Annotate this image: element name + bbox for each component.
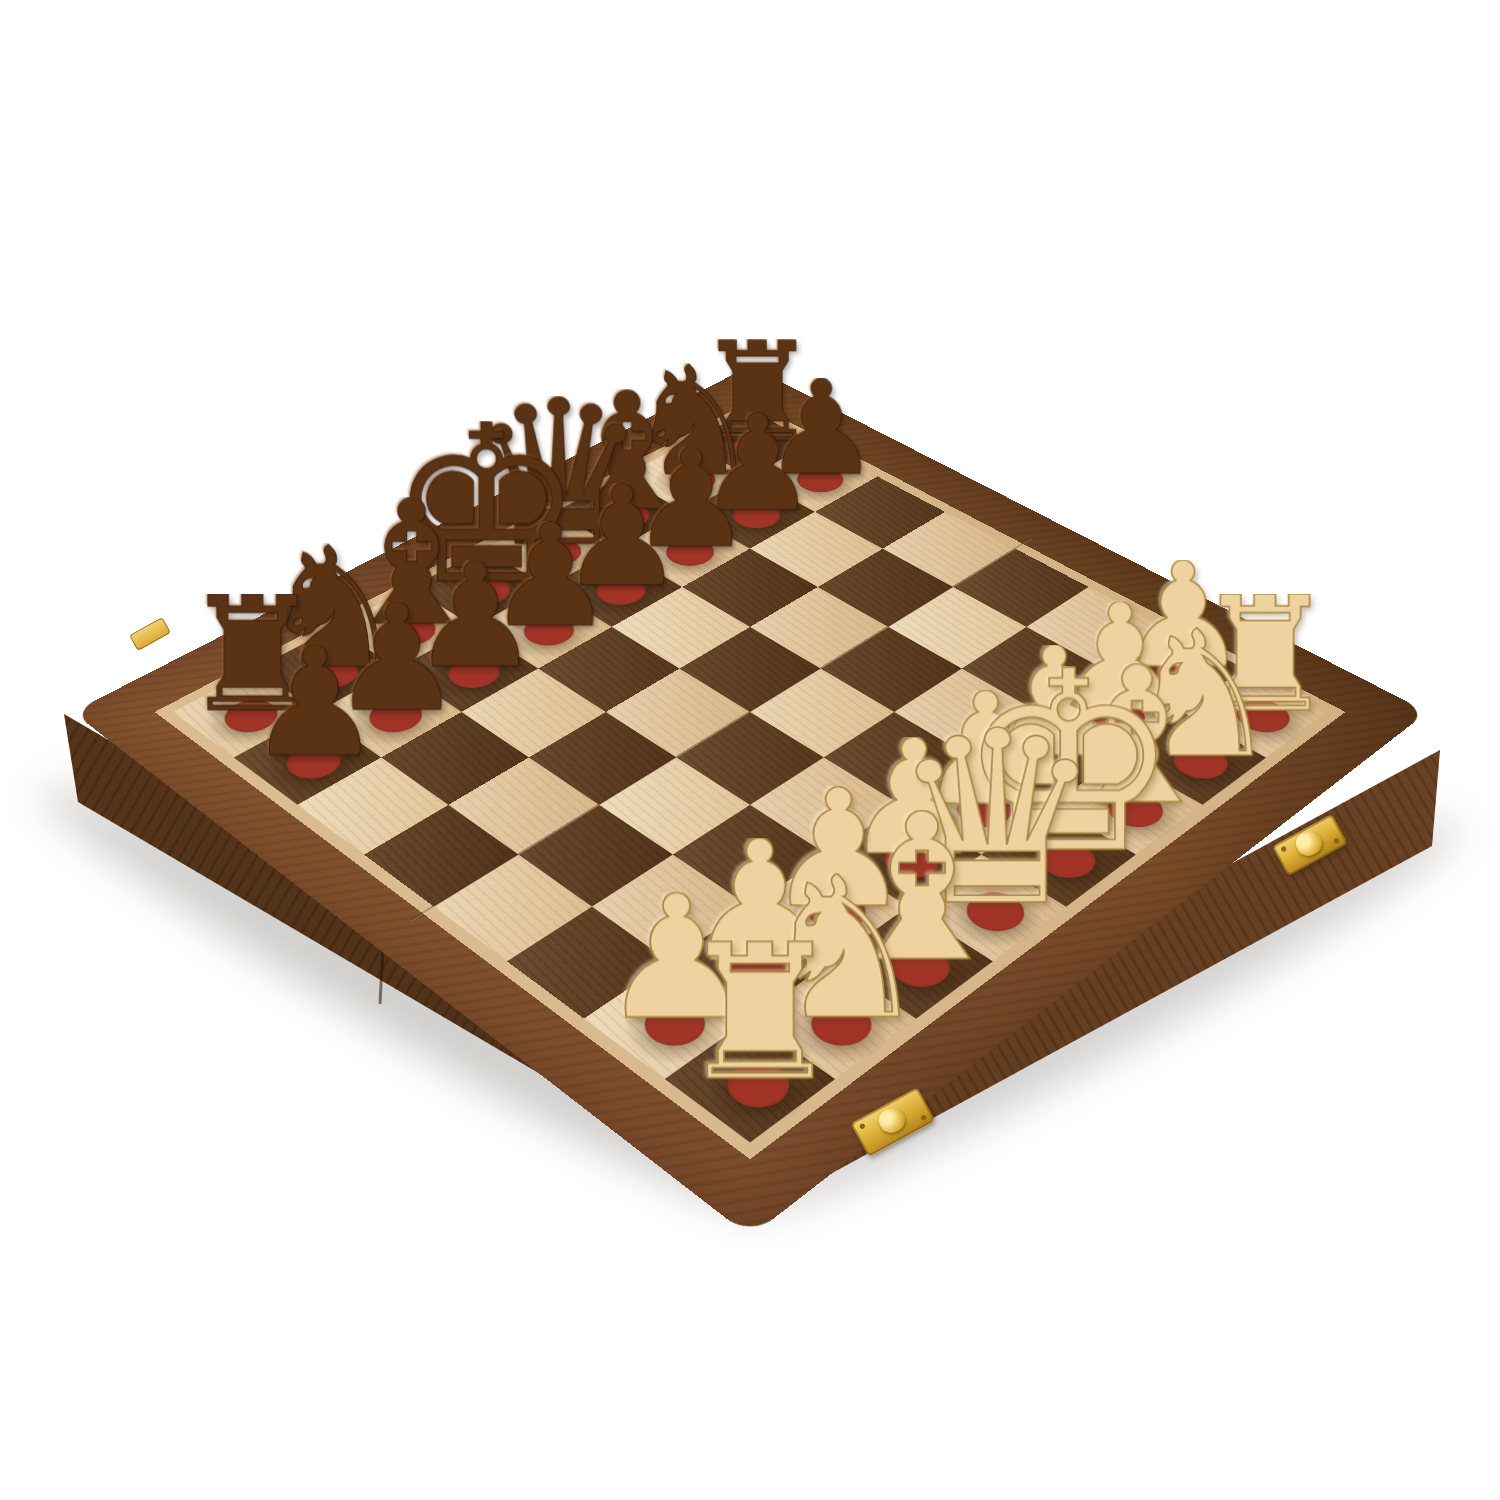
- piece-black-pawn[interactable]: ♟: [247, 645, 383, 763]
- square-a1[interactable]: ♜: [665, 1019, 835, 1143]
- hinge-icon: [129, 617, 171, 651]
- product-photo-scene: ♜♞♝♚♛♝♞♜♟♟♟♟♟♟♟♟♟♟♟♟♟♟♟♟♜♞♝♛♚♝♞♜: [0, 0, 1500, 1500]
- square-e5[interactable]: [679, 627, 820, 712]
- piece-white-rook[interactable]: ♜: [676, 940, 844, 1086]
